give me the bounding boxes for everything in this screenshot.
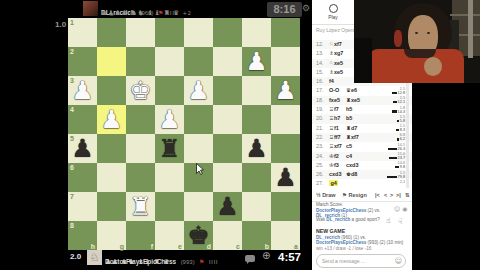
player-link[interactable]: DoctorPlaysEpicChess	[316, 208, 366, 213]
square-h2[interactable]: 2	[68, 47, 97, 76]
thumbs-down-icon[interactable]: ☟	[398, 217, 403, 226]
black-pawn[interactable]: ♟	[213, 192, 242, 221]
move-number: 15.	[312, 68, 329, 77]
square-b5[interactable]: ♟	[242, 134, 271, 163]
black-rook[interactable]: ♜	[155, 134, 184, 163]
white-king[interactable]: ♚	[126, 76, 155, 105]
move-options-icon[interactable]: ⇅	[405, 189, 410, 201]
white-move[interactable]: ♔f2	[329, 152, 346, 161]
square-g4[interactable]: ♟	[97, 105, 126, 134]
rank-label: 6	[70, 164, 74, 171]
square-d3[interactable]: ♟	[184, 76, 213, 105]
square-a8[interactable]: a	[271, 221, 300, 250]
square-a5[interactable]	[271, 134, 300, 163]
square-f1[interactable]	[126, 18, 155, 47]
captured-pieces-bottom: ♟♟ ♞♞ ♝♝ ♜ ♛	[105, 258, 170, 266]
white-move[interactable]: ♘xf7	[329, 40, 346, 49]
square-g8[interactable]: g	[97, 221, 126, 250]
file-label: b	[265, 243, 269, 250]
square-a4[interactable]	[271, 105, 300, 134]
match-score-bottom: 2.0	[70, 252, 81, 261]
square-g1[interactable]	[97, 18, 126, 47]
nav-prev-button[interactable]: <	[384, 189, 387, 201]
move-number: 19.	[312, 105, 329, 114]
white-move[interactable]: cxd3	[329, 170, 346, 179]
chess-board[interactable]: 12♟3♟♚♟♟4♟♟5♟♜♟6♟7♜♟8hgfed♚cba	[68, 18, 300, 250]
square-h3[interactable]: 3♟	[68, 76, 97, 105]
square-a3[interactable]: ♟	[271, 76, 300, 105]
white-move[interactable]: ♗xg7	[329, 49, 346, 58]
square-b1[interactable]	[242, 18, 271, 47]
black-move[interactable]: ♜xe5	[346, 96, 372, 105]
move-number: 13.	[312, 49, 329, 58]
square-e1[interactable]	[155, 18, 184, 47]
square-e4[interactable]: ♟	[155, 105, 184, 134]
black-move[interactable]: b5	[346, 114, 372, 123]
tab-play[interactable]: Play	[318, 0, 348, 24]
move-row: 22.♖ff7♜xf76.86.2	[312, 133, 412, 142]
square-h6[interactable]: 6	[68, 163, 97, 192]
square-f3[interactable]: ♚	[126, 76, 155, 105]
add-time-icon[interactable]: ⊕	[262, 250, 270, 261]
black-move[interactable]: cxd3	[346, 161, 372, 170]
square-c5[interactable]	[213, 134, 242, 163]
square-g3[interactable]	[97, 76, 126, 105]
square-e3[interactable]	[155, 76, 184, 105]
move-number: 17.	[312, 86, 329, 95]
nav-next-button[interactable]: >	[390, 189, 393, 201]
move-number: 21.	[312, 124, 329, 133]
resign-button[interactable]: ⚑ Resign	[342, 189, 367, 201]
move-row: 27.g42.1	[312, 179, 412, 188]
chat-bubble-icon[interactable]	[245, 255, 255, 262]
square-c3[interactable]	[213, 76, 242, 105]
square-a1[interactable]	[271, 18, 300, 47]
square-f2[interactable]	[126, 47, 155, 76]
game-controls: ½ Draw ⚑ Resign |< < > >| ⇅	[312, 189, 412, 202]
clock-bottom: 4:57	[278, 251, 301, 263]
square-h8[interactable]: 8h	[68, 221, 97, 250]
square-b8[interactable]: b	[242, 221, 271, 250]
draw-button[interactable]: ½ Draw	[316, 189, 336, 201]
raised-hand	[424, 57, 442, 76]
move-row: 25.♔f3cxd314.69.8	[312, 161, 412, 170]
black-move[interactable]: ♜xf7	[346, 133, 372, 142]
rank-label: 1	[70, 19, 74, 26]
square-g7[interactable]	[97, 192, 126, 221]
black-move[interactable]: ♚d8	[346, 170, 372, 179]
white-move[interactable]: ♖xf7	[329, 142, 346, 151]
black-pawn[interactable]: ♟	[242, 134, 271, 163]
move-row: 23.♖xf7c514.526.3	[312, 142, 412, 151]
thumbs-up-icon[interactable]: ☝	[386, 216, 391, 225]
white-move[interactable]: ♖h7	[329, 114, 346, 123]
move-number: 18.	[312, 96, 329, 105]
rank-label: 2	[70, 48, 74, 55]
white-move[interactable]: ♖ff7	[329, 133, 346, 142]
square-b4[interactable]	[242, 105, 271, 134]
avatar[interactable]: ♘	[87, 250, 102, 265]
headset	[394, 30, 402, 47]
move-number: 23.	[312, 142, 329, 151]
black-move[interactable]	[346, 179, 372, 188]
square-h7[interactable]: 7	[68, 192, 97, 221]
square-f7[interactable]: ♜	[126, 192, 155, 221]
move-number: 24.	[312, 152, 329, 161]
move-row: 20.♖h7b51.55.8	[312, 114, 412, 123]
gear-icon[interactable]: ⚙	[302, 3, 310, 13]
avatar[interactable]	[83, 1, 98, 16]
square-d7[interactable]	[184, 192, 213, 221]
square-b2[interactable]: ♟	[242, 47, 271, 76]
square-d1[interactable]	[184, 18, 213, 47]
move-number: 27.	[312, 179, 329, 188]
square-c4[interactable]	[213, 105, 242, 134]
square-f6[interactable]	[126, 163, 155, 192]
white-move[interactable]: fxe5	[329, 96, 346, 105]
square-b3[interactable]	[242, 76, 271, 105]
rank-label: 4	[70, 106, 74, 113]
new-game-title: NEW GAME	[316, 228, 345, 234]
square-e6[interactable]	[155, 163, 184, 192]
match-score-top: 1.0	[55, 20, 66, 29]
square-a6[interactable]: ♟	[271, 163, 300, 192]
square-a2[interactable]	[271, 47, 300, 76]
square-e7[interactable]	[155, 192, 184, 221]
white-move[interactable]: O-O	[329, 86, 346, 95]
file-label: c	[236, 243, 240, 250]
square-e2[interactable]	[155, 47, 184, 76]
file-label: a	[294, 243, 298, 250]
webcam-overlay	[354, 0, 480, 83]
square-c8[interactable]: c	[213, 221, 242, 250]
white-move[interactable]: ♗xe5	[329, 68, 346, 77]
flag-icon: ⚑	[199, 258, 204, 265]
square-c6[interactable]	[213, 163, 242, 192]
black-king[interactable]: ♚	[184, 221, 213, 250]
white-pawn[interactable]: ♟	[184, 76, 213, 105]
captured-pieces-top: ♟♟♟♟ ♞♞ ♝♝ ♜ ♛ +2	[101, 9, 192, 17]
square-c1[interactable]	[213, 18, 242, 47]
player-link[interactable]: DoctorPlaysEpicChess	[316, 240, 366, 245]
square-f4[interactable]	[126, 105, 155, 134]
player-link[interactable]: DL_recrich	[326, 217, 350, 222]
player-bottom-rating: (993)	[181, 259, 195, 265]
player-link[interactable]: DL_recrich	[316, 235, 340, 240]
square-c2[interactable]	[213, 47, 242, 76]
move-row: 24.♔f2c415.023.7	[312, 152, 412, 161]
file-label: f	[151, 243, 153, 250]
good-sport-question: Was DL_recrich a good sport?	[316, 217, 386, 223]
white-move[interactable]: ♘xe5	[329, 59, 346, 68]
move-number: 14.	[312, 59, 329, 68]
material-advantage: +2	[182, 10, 191, 16]
black-pawn[interactable]: ♟	[271, 163, 300, 192]
white-pawn[interactable]: ♟	[68, 76, 97, 105]
square-g5[interactable]	[97, 134, 126, 163]
black-move[interactable]: c5	[346, 142, 372, 151]
square-a7[interactable]	[271, 192, 300, 221]
chat-header-icons[interactable]: ☺◉	[394, 205, 410, 212]
move-number: 26.	[312, 170, 329, 179]
square-f8[interactable]: f	[126, 221, 155, 250]
square-h1[interactable]: 1	[68, 18, 97, 47]
square-e5[interactable]: ♜	[155, 134, 184, 163]
square-b7[interactable]	[242, 192, 271, 221]
square-d4[interactable]	[184, 105, 213, 134]
black-move[interactable]: ♛e6	[346, 86, 372, 95]
black-pawn[interactable]: ♟	[68, 134, 97, 163]
white-rook[interactable]: ♜	[126, 192, 155, 221]
move-number: 12.	[312, 40, 329, 49]
file-label: h	[91, 243, 95, 250]
move-row: 18.fxe5♜xe51.512.1	[312, 96, 412, 105]
square-c7[interactable]: ♟	[213, 192, 242, 221]
nav-last-button[interactable]: >|	[396, 189, 401, 201]
file-label: e	[178, 243, 182, 250]
white-pawn[interactable]: ♟	[97, 105, 126, 134]
move-number: 25.	[312, 161, 329, 170]
white-pawn[interactable]: ♟	[271, 76, 300, 105]
move-row: 21.♖f1♜d71.58.3	[312, 124, 412, 133]
streak-bars: IIII	[209, 259, 219, 265]
rank-label: 8	[70, 222, 74, 229]
white-move[interactable]: g4	[329, 179, 346, 188]
square-d2[interactable]	[184, 47, 213, 76]
mouse-cursor	[196, 163, 205, 175]
square-d5[interactable]	[184, 134, 213, 163]
square-f5[interactable]	[126, 134, 155, 163]
move-number: 20.	[312, 114, 329, 123]
bed-post	[468, 0, 473, 58]
chat-input[interactable]: Send a message ... ☺	[316, 254, 406, 268]
square-h4[interactable]: 4	[68, 105, 97, 134]
rank-label: 7	[70, 193, 74, 200]
white-move[interactable]: ♔f3	[329, 161, 346, 170]
white-move[interactable]: f4	[329, 77, 346, 86]
nav-first-button[interactable]: |<	[375, 189, 380, 201]
white-pawn[interactable]: ♟	[155, 105, 184, 134]
move-number: 16.	[312, 77, 329, 86]
black-move[interactable]: ♜d7	[346, 124, 372, 133]
file-label: g	[120, 243, 124, 250]
square-g2[interactable]	[97, 47, 126, 76]
white-move[interactable]: ♖f1	[329, 124, 346, 133]
clock-top: 8:16	[267, 2, 302, 17]
move-row: 17.O-O♛e61.512.8	[312, 86, 412, 95]
white-move[interactable]: ♖f7	[329, 105, 346, 114]
move-row: 26.cxd3♚d81.579.8	[312, 170, 412, 179]
new-game-odds: win +13 / draw -1 / lose -16	[316, 246, 371, 252]
square-g6[interactable]	[97, 163, 126, 192]
white-pawn[interactable]: ♟	[242, 47, 271, 76]
smiley-icon[interactable]: ☺	[395, 257, 402, 265]
stopwatch-icon	[329, 4, 338, 13]
square-e8[interactable]: e	[155, 221, 184, 250]
square-h5[interactable]: 5♟	[68, 134, 97, 163]
square-b6[interactable]	[242, 163, 271, 192]
square-d8[interactable]: d♚	[184, 221, 213, 250]
chat-placeholder: Send a message ...	[322, 258, 365, 264]
black-move[interactable]: c4	[346, 152, 372, 161]
move-row: 19.♖f7h51.814.3	[312, 105, 412, 114]
black-move[interactable]: h5	[346, 105, 372, 114]
move-number: 22.	[312, 133, 329, 142]
